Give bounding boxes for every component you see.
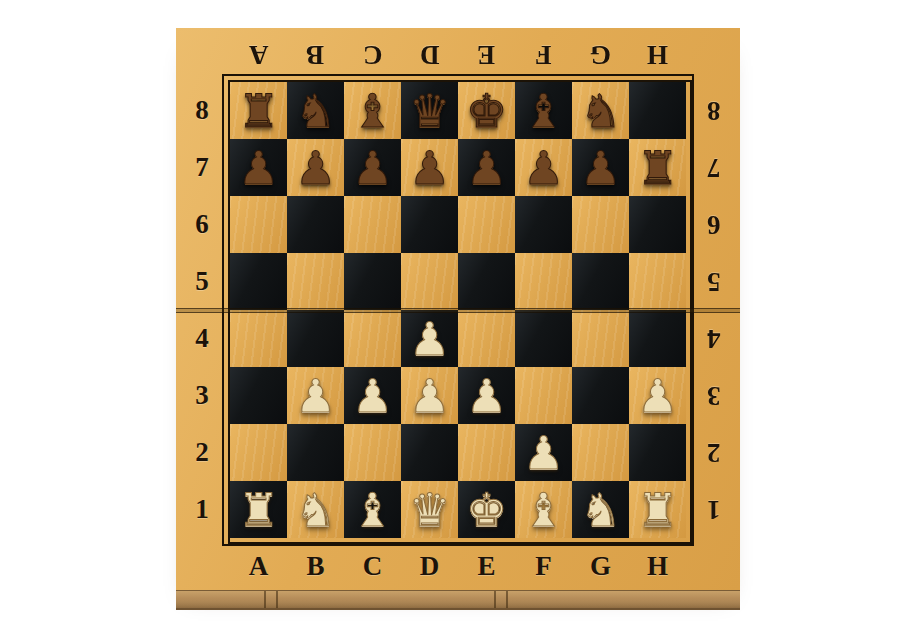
square-e8[interactable]: ♚	[458, 82, 515, 139]
rank-label-cell: 4	[182, 310, 222, 367]
square-c8[interactable]: ♝	[344, 82, 401, 139]
file-label: B	[306, 551, 324, 582]
black-rook[interactable]: ♜	[238, 88, 279, 134]
file-label-cell: H	[629, 546, 686, 586]
square-h1[interactable]: ♜	[629, 481, 686, 538]
file-label: F	[535, 39, 552, 70]
white-pawn[interactable]: ♟	[295, 373, 336, 419]
black-pawn[interactable]: ♟	[295, 145, 336, 191]
rank-label: 3	[707, 380, 721, 411]
file-label-cell: E	[458, 546, 515, 586]
file-label-cell: F	[515, 34, 572, 74]
file-label: D	[420, 551, 440, 582]
rank-label: 8	[707, 95, 721, 126]
square-a4[interactable]	[230, 310, 287, 367]
black-pawn[interactable]: ♟	[466, 145, 507, 191]
black-pawn[interactable]: ♟	[238, 145, 279, 191]
rank-label: 6	[195, 209, 209, 240]
file-label: A	[249, 39, 269, 70]
square-h7[interactable]: ♜	[629, 139, 686, 196]
black-rook[interactable]: ♜	[637, 145, 678, 191]
square-e7[interactable]: ♟	[458, 139, 515, 196]
rank-label: 7	[707, 152, 721, 183]
square-g4[interactable]	[572, 310, 629, 367]
rank-label-cell: 1	[182, 481, 222, 538]
square-h8[interactable]	[629, 82, 686, 139]
rank-label: 4	[707, 323, 721, 354]
white-pawn[interactable]: ♟	[523, 430, 564, 476]
square-c6[interactable]	[344, 196, 401, 253]
square-a2[interactable]	[230, 424, 287, 481]
square-e4[interactable]	[458, 310, 515, 367]
file-label-cell: A	[230, 546, 287, 586]
white-pawn[interactable]: ♟	[409, 316, 450, 362]
square-g2[interactable]	[572, 424, 629, 481]
file-label-cell: B	[287, 34, 344, 74]
rank-label: 1	[195, 494, 209, 525]
square-e5[interactable]	[458, 253, 515, 310]
rank-label: 2	[195, 437, 209, 468]
white-pawn[interactable]: ♟	[352, 373, 393, 419]
rank-label-cell: 6	[694, 196, 734, 253]
rank-label-cell: 3	[694, 367, 734, 424]
board-side-edge	[176, 590, 740, 610]
rank-label-cell: 5	[182, 253, 222, 310]
file-label-cell: E	[458, 34, 515, 74]
square-d2[interactable]	[401, 424, 458, 481]
black-pawn[interactable]: ♟	[580, 145, 621, 191]
square-h5[interactable]	[629, 253, 686, 310]
file-label: H	[647, 39, 668, 70]
rank-label: 4	[195, 323, 209, 354]
black-bishop[interactable]: ♝	[523, 88, 564, 134]
white-queen[interactable]: ♛	[409, 487, 450, 533]
square-b8[interactable]: ♞	[287, 82, 344, 139]
top-file-labels: ABCDEFGH	[182, 34, 734, 74]
white-bishop[interactable]: ♝	[352, 487, 393, 533]
white-pawn[interactable]: ♟	[409, 373, 450, 419]
file-label-cell: F	[515, 546, 572, 586]
file-label: F	[535, 551, 552, 582]
squares-grid: ♜♞♝♛♚♝♞♟♟♟♟♟♟♟♜♟♟♟♟♟♟♟♜♞♝♛♚♝♞♜	[228, 80, 692, 544]
square-d5[interactable]	[401, 253, 458, 310]
playing-area: ♜♞♝♛♚♝♞♟♟♟♟♟♟♟♜♟♟♟♟♟♟♟♜♞♝♛♚♝♞♜	[222, 74, 694, 546]
square-h4[interactable]	[629, 310, 686, 367]
black-knight[interactable]: ♞	[580, 88, 621, 134]
square-b3[interactable]: ♟	[287, 367, 344, 424]
rank-label: 5	[195, 266, 209, 297]
square-h6[interactable]	[629, 196, 686, 253]
square-c4[interactable]	[344, 310, 401, 367]
file-label-cell: G	[572, 34, 629, 74]
square-d8[interactable]: ♛	[401, 82, 458, 139]
rank-label-cell: 8	[182, 82, 222, 139]
square-f8[interactable]: ♝	[515, 82, 572, 139]
square-f5[interactable]	[515, 253, 572, 310]
file-label: H	[647, 551, 668, 582]
square-b7[interactable]: ♟	[287, 139, 344, 196]
file-label: A	[249, 551, 269, 582]
square-f4[interactable]	[515, 310, 572, 367]
file-label: B	[306, 39, 324, 70]
square-c2[interactable]	[344, 424, 401, 481]
white-knight[interactable]: ♞	[295, 487, 336, 533]
bottom-file-labels: ABCDEFGH	[182, 546, 734, 586]
left-rank-labels: 87654321	[182, 74, 222, 546]
square-b5[interactable]	[287, 253, 344, 310]
black-pawn[interactable]: ♟	[523, 145, 564, 191]
edge-groove	[494, 591, 508, 608]
file-label-cell: D	[401, 546, 458, 586]
square-g5[interactable]	[572, 253, 629, 310]
square-e1[interactable]: ♚	[458, 481, 515, 538]
square-d7[interactable]: ♟	[401, 139, 458, 196]
black-bishop[interactable]: ♝	[352, 88, 393, 134]
square-b2[interactable]	[287, 424, 344, 481]
square-e6[interactable]	[458, 196, 515, 253]
file-label: C	[363, 39, 383, 70]
square-g3[interactable]	[572, 367, 629, 424]
white-bishop[interactable]: ♝	[523, 487, 564, 533]
square-a3[interactable]	[230, 367, 287, 424]
file-label-cell: A	[230, 34, 287, 74]
rank-label: 5	[707, 266, 721, 297]
square-g6[interactable]	[572, 196, 629, 253]
file-label: E	[477, 551, 495, 582]
rank-label-cell: 8	[694, 82, 734, 139]
product-photo-stage: ABCDEFGH 87654321 ♜♞♝♛♚♝♞♟♟♟♟♟♟♟♜♟♟♟♟♟♟♟…	[0, 0, 915, 639]
rank-label-cell: 5	[694, 253, 734, 310]
square-d1[interactable]: ♛	[401, 481, 458, 538]
square-c1[interactable]: ♝	[344, 481, 401, 538]
file-label: C	[363, 551, 383, 582]
square-a1[interactable]: ♜	[230, 481, 287, 538]
rank-label: 7	[195, 152, 209, 183]
black-pawn[interactable]: ♟	[409, 145, 450, 191]
file-label: G	[590, 39, 611, 70]
black-king[interactable]: ♚	[466, 88, 507, 134]
square-a8[interactable]: ♜	[230, 82, 287, 139]
square-f2[interactable]: ♟	[515, 424, 572, 481]
file-label: G	[590, 551, 611, 582]
rank-label: 6	[707, 209, 721, 240]
square-a5[interactable]	[230, 253, 287, 310]
square-b6[interactable]	[287, 196, 344, 253]
white-pawn[interactable]: ♟	[466, 373, 507, 419]
rank-label-cell: 7	[182, 139, 222, 196]
square-f6[interactable]	[515, 196, 572, 253]
file-label-cell: B	[287, 546, 344, 586]
file-label-cell: C	[344, 546, 401, 586]
file-label: E	[477, 39, 495, 70]
square-g1[interactable]: ♞	[572, 481, 629, 538]
rank-label-cell: 6	[182, 196, 222, 253]
square-e2[interactable]	[458, 424, 515, 481]
white-rook[interactable]: ♜	[238, 487, 279, 533]
rank-label: 8	[195, 95, 209, 126]
white-pawn[interactable]: ♟	[637, 373, 678, 419]
black-knight[interactable]: ♞	[295, 88, 336, 134]
rank-label-cell: 1	[694, 481, 734, 538]
file-label-cell: G	[572, 546, 629, 586]
square-d3[interactable]: ♟	[401, 367, 458, 424]
square-a6[interactable]	[230, 196, 287, 253]
square-c7[interactable]: ♟	[344, 139, 401, 196]
file-label-cell: H	[629, 34, 686, 74]
square-f7[interactable]: ♟	[515, 139, 572, 196]
square-b1[interactable]: ♞	[287, 481, 344, 538]
square-f3[interactable]	[515, 367, 572, 424]
rank-label-cell: 2	[182, 424, 222, 481]
square-h2[interactable]	[629, 424, 686, 481]
file-label-cell: D	[401, 34, 458, 74]
rank-label: 1	[707, 494, 721, 525]
square-d4[interactable]: ♟	[401, 310, 458, 367]
square-e3[interactable]: ♟	[458, 367, 515, 424]
white-knight[interactable]: ♞	[580, 487, 621, 533]
rank-label-cell: 4	[694, 310, 734, 367]
file-label: D	[420, 39, 440, 70]
square-b4[interactable]	[287, 310, 344, 367]
rank-label-cell: 7	[694, 139, 734, 196]
edge-groove	[264, 591, 278, 608]
square-f1[interactable]: ♝	[515, 481, 572, 538]
square-g8[interactable]: ♞	[572, 82, 629, 139]
white-king[interactable]: ♚	[466, 487, 507, 533]
square-c5[interactable]	[344, 253, 401, 310]
square-a7[interactable]: ♟	[230, 139, 287, 196]
rank-label-cell: 2	[694, 424, 734, 481]
file-label-cell: C	[344, 34, 401, 74]
rank-label: 3	[195, 380, 209, 411]
rank-label-cell: 3	[182, 367, 222, 424]
chess-board: ABCDEFGH 87654321 ♜♞♝♛♚♝♞♟♟♟♟♟♟♟♜♟♟♟♟♟♟♟…	[176, 28, 740, 592]
right-rank-labels: 87654321	[694, 74, 734, 546]
square-h3[interactable]: ♟	[629, 367, 686, 424]
rank-label: 2	[707, 437, 721, 468]
black-queen[interactable]: ♛	[409, 88, 450, 134]
black-pawn[interactable]: ♟	[352, 145, 393, 191]
white-rook[interactable]: ♜	[637, 487, 678, 533]
square-d6[interactable]	[401, 196, 458, 253]
square-g7[interactable]: ♟	[572, 139, 629, 196]
square-c3[interactable]: ♟	[344, 367, 401, 424]
